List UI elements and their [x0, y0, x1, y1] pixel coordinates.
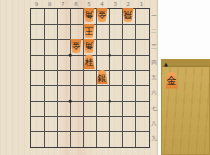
- grid-line-vertical: [83, 9, 84, 147]
- piece-kanji: 金: [167, 76, 177, 86]
- rank-label: 三: [150, 43, 159, 50]
- file-label: 8: [48, 1, 52, 8]
- hoshi-dot: [69, 100, 72, 103]
- shogi-board-panel: 987654321 一二三四五六七八九 角金飛王金角桂銀: [0, 0, 158, 155]
- grid-line-vertical: [122, 9, 123, 147]
- piece-kanji: 飛: [124, 11, 133, 20]
- hoshi-dot: [69, 54, 72, 57]
- piece-kanji: 角: [85, 11, 94, 20]
- grid-line-vertical: [135, 9, 136, 147]
- file-label: 5: [87, 1, 91, 8]
- grid-line-vertical: [57, 9, 58, 147]
- grid-line-horizontal: [31, 85, 149, 86]
- rank-label: 九: [150, 135, 159, 142]
- piece-kanji: 銀: [98, 74, 107, 83]
- hoshi-dot: [108, 100, 111, 103]
- grid-line-horizontal: [31, 101, 149, 102]
- piece-kanji: 角: [85, 41, 94, 50]
- rank-label: 八: [150, 120, 159, 127]
- file-label: 3: [113, 1, 117, 8]
- rank-label: 二: [150, 28, 159, 35]
- file-label: 6: [74, 1, 78, 8]
- grid-line-vertical: [44, 9, 45, 147]
- komadai-panel: ▲ 金: [161, 59, 210, 155]
- file-label: 9: [35, 1, 39, 8]
- grid-line-horizontal: [31, 131, 149, 132]
- komadai-header: ▲: [162, 60, 209, 67]
- file-label: 1: [140, 1, 144, 8]
- rank-label: 五: [150, 74, 159, 81]
- piece-kanji: 桂: [85, 58, 94, 67]
- file-label: 4: [100, 1, 104, 8]
- rank-label: 四: [150, 58, 159, 65]
- rank-label: 七: [150, 104, 159, 111]
- hand-piece[interactable]: 金: [165, 72, 179, 89]
- piece-kanji: 金: [98, 11, 107, 20]
- grid-line-vertical: [70, 9, 71, 147]
- grid-line-horizontal: [31, 116, 149, 117]
- grid-line-vertical: [96, 9, 97, 147]
- hoshi-dot: [108, 54, 111, 57]
- grid-line-vertical: [109, 9, 110, 147]
- rank-label: 一: [150, 12, 159, 19]
- file-label: 2: [127, 1, 131, 8]
- piece-kanji: 王: [85, 26, 94, 35]
- piece-kanji: 金: [72, 41, 81, 50]
- file-label: 7: [61, 1, 65, 8]
- rank-label: 六: [150, 89, 159, 96]
- sente-marker: ▲: [164, 61, 168, 67]
- grid-line-horizontal: [31, 70, 149, 71]
